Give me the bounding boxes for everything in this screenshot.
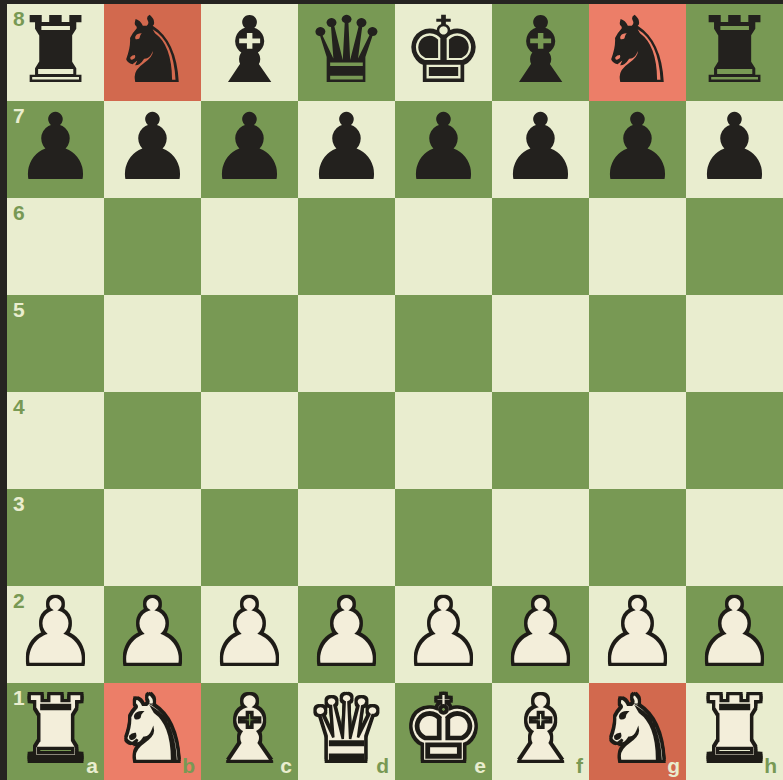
- square-h6[interactable]: [686, 198, 783, 295]
- square-f6[interactable]: [492, 198, 589, 295]
- piece-black-knight[interactable]: ♞: [104, 4, 201, 101]
- square-g5[interactable]: [589, 295, 686, 392]
- square-b2[interactable]: ♟: [104, 586, 201, 683]
- square-h1[interactable]: h♜: [686, 683, 783, 780]
- square-b5[interactable]: [104, 295, 201, 392]
- square-b7[interactable]: ♟: [104, 101, 201, 198]
- square-g2[interactable]: ♟: [589, 586, 686, 683]
- piece-white-king[interactable]: ♚: [395, 683, 492, 780]
- square-a8[interactable]: 8♜: [7, 4, 104, 101]
- square-c1[interactable]: c♝: [201, 683, 298, 780]
- piece-black-queen[interactable]: ♛: [298, 4, 395, 101]
- piece-black-king[interactable]: ♚: [395, 4, 492, 101]
- piece-black-knight[interactable]: ♞: [589, 4, 686, 101]
- square-g4[interactable]: [589, 392, 686, 489]
- square-d2[interactable]: ♟: [298, 586, 395, 683]
- square-a6[interactable]: 6: [7, 198, 104, 295]
- square-f7[interactable]: ♟: [492, 101, 589, 198]
- square-c4[interactable]: [201, 392, 298, 489]
- square-a1[interactable]: 1a♜: [7, 683, 104, 780]
- square-a3[interactable]: 3: [7, 489, 104, 586]
- piece-black-pawn[interactable]: ♟: [492, 101, 589, 198]
- square-g3[interactable]: [589, 489, 686, 586]
- square-f4[interactable]: [492, 392, 589, 489]
- piece-white-pawn[interactable]: ♟: [298, 586, 395, 683]
- square-f3[interactable]: [492, 489, 589, 586]
- square-d3[interactable]: [298, 489, 395, 586]
- piece-white-pawn[interactable]: ♟: [104, 586, 201, 683]
- square-c2[interactable]: ♟: [201, 586, 298, 683]
- square-e3[interactable]: [395, 489, 492, 586]
- square-e8[interactable]: ♚: [395, 4, 492, 101]
- square-b6[interactable]: [104, 198, 201, 295]
- square-a2[interactable]: 2♟: [7, 586, 104, 683]
- chess-board[interactable]: 8♜♞♝♛♚♝♞♜7♟♟♟♟♟♟♟♟65432♟♟♟♟♟♟♟♟1a♜b♞c♝d♛…: [7, 4, 783, 780]
- piece-white-pawn[interactable]: ♟: [201, 586, 298, 683]
- square-d8[interactable]: ♛: [298, 4, 395, 101]
- square-h5[interactable]: [686, 295, 783, 392]
- piece-black-rook[interactable]: ♜: [7, 4, 104, 101]
- piece-white-knight[interactable]: ♞: [104, 683, 201, 780]
- rank-label-3: 3: [13, 493, 25, 514]
- piece-white-bishop[interactable]: ♝: [201, 683, 298, 780]
- square-e4[interactable]: [395, 392, 492, 489]
- piece-black-pawn[interactable]: ♟: [298, 101, 395, 198]
- piece-black-rook[interactable]: ♜: [686, 4, 783, 101]
- piece-black-pawn[interactable]: ♟: [395, 101, 492, 198]
- square-f8[interactable]: ♝: [492, 4, 589, 101]
- square-h7[interactable]: ♟: [686, 101, 783, 198]
- square-g7[interactable]: ♟: [589, 101, 686, 198]
- piece-white-bishop[interactable]: ♝: [492, 683, 589, 780]
- piece-white-rook[interactable]: ♜: [7, 683, 104, 780]
- square-e2[interactable]: ♟: [395, 586, 492, 683]
- piece-white-pawn[interactable]: ♟: [492, 586, 589, 683]
- square-f5[interactable]: [492, 295, 589, 392]
- square-a7[interactable]: 7♟: [7, 101, 104, 198]
- square-b8[interactable]: ♞: [104, 4, 201, 101]
- piece-white-pawn[interactable]: ♟: [589, 586, 686, 683]
- square-d7[interactable]: ♟: [298, 101, 395, 198]
- rank-label-6: 6: [13, 202, 25, 223]
- square-e7[interactable]: ♟: [395, 101, 492, 198]
- piece-black-pawn[interactable]: ♟: [7, 101, 104, 198]
- square-b4[interactable]: [104, 392, 201, 489]
- piece-white-rook[interactable]: ♜: [686, 683, 783, 780]
- piece-white-pawn[interactable]: ♟: [7, 586, 104, 683]
- square-b3[interactable]: [104, 489, 201, 586]
- square-e1[interactable]: e♚: [395, 683, 492, 780]
- square-f1[interactable]: f♝: [492, 683, 589, 780]
- piece-black-bishop[interactable]: ♝: [492, 4, 589, 101]
- piece-black-bishop[interactable]: ♝: [201, 4, 298, 101]
- piece-black-pawn[interactable]: ♟: [589, 101, 686, 198]
- square-b1[interactable]: b♞: [104, 683, 201, 780]
- square-c6[interactable]: [201, 198, 298, 295]
- square-h8[interactable]: ♜: [686, 4, 783, 101]
- square-d5[interactable]: [298, 295, 395, 392]
- rank-label-5: 5: [13, 299, 25, 320]
- piece-white-pawn[interactable]: ♟: [686, 586, 783, 683]
- square-g6[interactable]: [589, 198, 686, 295]
- square-h3[interactable]: [686, 489, 783, 586]
- piece-black-pawn[interactable]: ♟: [686, 101, 783, 198]
- piece-black-pawn[interactable]: ♟: [104, 101, 201, 198]
- square-h4[interactable]: [686, 392, 783, 489]
- piece-black-pawn[interactable]: ♟: [201, 101, 298, 198]
- rank-label-4: 4: [13, 396, 25, 417]
- square-g8[interactable]: ♞: [589, 4, 686, 101]
- piece-white-pawn[interactable]: ♟: [395, 586, 492, 683]
- square-c7[interactable]: ♟: [201, 101, 298, 198]
- square-c3[interactable]: [201, 489, 298, 586]
- square-d4[interactable]: [298, 392, 395, 489]
- square-a4[interactable]: 4: [7, 392, 104, 489]
- piece-white-knight[interactable]: ♞: [589, 683, 686, 780]
- square-a5[interactable]: 5: [7, 295, 104, 392]
- square-f2[interactable]: ♟: [492, 586, 589, 683]
- page-background: 8♜♞♝♛♚♝♞♜7♟♟♟♟♟♟♟♟65432♟♟♟♟♟♟♟♟1a♜b♞c♝d♛…: [0, 0, 783, 780]
- piece-white-queen[interactable]: ♛: [298, 683, 395, 780]
- square-d6[interactable]: [298, 198, 395, 295]
- square-g1[interactable]: g♞: [589, 683, 686, 780]
- square-c5[interactable]: [201, 295, 298, 392]
- square-d1[interactable]: d♛: [298, 683, 395, 780]
- square-e5[interactable]: [395, 295, 492, 392]
- square-e6[interactable]: [395, 198, 492, 295]
- square-c8[interactable]: ♝: [201, 4, 298, 101]
- square-h2[interactable]: ♟: [686, 586, 783, 683]
